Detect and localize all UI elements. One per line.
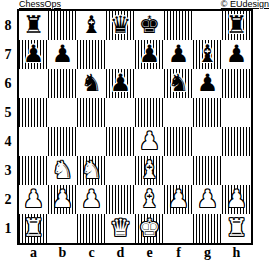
square-g7: ♝ [193,40,222,69]
white-pawn: ♟ [19,185,48,214]
square-b4 [48,127,77,156]
rank-label-7: 7 [0,40,16,69]
square-f8 [164,11,193,40]
square-h2: ♟ [222,185,251,214]
black-queen: ♛ [106,11,135,40]
square-e3: ♝ [135,156,164,185]
white-bishop: ♝ [135,156,164,185]
square-c5 [77,98,106,127]
square-d8: ♛ [106,11,135,40]
square-d5 [106,98,135,127]
black-rook: ♜ [222,11,251,40]
rank-label-8: 8 [0,11,16,40]
black-pawn: ♟ [135,40,164,69]
square-d2 [106,185,135,214]
square-h1: ♜ [222,214,251,243]
square-a6 [19,69,48,98]
white-knight: ♞ [77,156,106,185]
white-rook: ♜ [222,214,251,243]
square-e6 [135,69,164,98]
file-labels: abcdefgh [19,246,251,260]
square-a7: ♟ [19,40,48,69]
black-king: ♚ [135,11,164,40]
square-g8 [193,11,222,40]
square-e8: ♚ [135,11,164,40]
rank-labels: 87654321 [0,11,16,243]
square-c7 [77,40,106,69]
square-h3 [222,156,251,185]
file-label-d: d [106,246,135,260]
square-e4: ♟ [135,127,164,156]
black-knight: ♞ [77,69,106,98]
square-c6: ♞ [77,69,106,98]
white-pawn: ♟ [222,185,251,214]
square-b2: ♟ [48,185,77,214]
file-label-f: f [164,246,193,260]
square-e7: ♟ [135,40,164,69]
white-bishop: ♝ [135,185,164,214]
square-b3: ♞ [48,156,77,185]
chessops-link[interactable]: ChessOps [19,0,61,9]
white-queen: ♛ [106,214,135,243]
square-g1 [193,214,222,243]
black-bishop: ♝ [193,40,222,69]
square-g3 [193,156,222,185]
rank-label-1: 1 [0,214,16,243]
square-c2: ♟ [77,185,106,214]
black-rook: ♜ [19,11,48,40]
file-label-c: c [77,246,106,260]
square-f1 [164,214,193,243]
square-g2: ♟ [193,185,222,214]
rank-label-6: 6 [0,69,16,98]
square-c8: ♝ [77,11,106,40]
file-label-e: e [135,246,164,260]
rank-label-3: 3 [0,156,16,185]
rank-label-4: 4 [0,127,16,156]
square-b7: ♟ [48,40,77,69]
black-bishop: ♝ [77,11,106,40]
square-d6: ♟ [106,69,135,98]
square-b5 [48,98,77,127]
black-knight: ♞ [164,69,193,98]
eudesign-copyright-link[interactable]: © EUdesign [221,0,269,9]
square-f4 [164,127,193,156]
file-label-a: a [19,246,48,260]
square-h6 [222,69,251,98]
square-h4 [222,127,251,156]
black-pawn: ♟ [106,69,135,98]
black-pawn: ♟ [222,40,251,69]
square-b8 [48,11,77,40]
square-g4 [193,127,222,156]
square-d4 [106,127,135,156]
square-d7 [106,40,135,69]
square-c4 [77,127,106,156]
chess-board: ♜♝♛♚♜♟♟♟♟♝♟♞♟♞♟♟♞♞♝♟♟♟♝♟♟♟♜♛♚♜ [17,9,253,245]
white-pawn: ♟ [77,185,106,214]
square-g6: ♟ [193,69,222,98]
black-pawn: ♟ [164,40,193,69]
square-a5 [19,98,48,127]
square-h5 [222,98,251,127]
white-pawn: ♟ [135,127,164,156]
white-pawn: ♟ [164,185,193,214]
square-a3 [19,156,48,185]
square-e5 [135,98,164,127]
square-f3 [164,156,193,185]
square-a2: ♟ [19,185,48,214]
square-e1: ♚ [135,214,164,243]
file-label-h: h [222,246,251,260]
square-h8: ♜ [222,11,251,40]
square-c1 [77,214,106,243]
square-g5 [193,98,222,127]
square-c3: ♞ [77,156,106,185]
black-pawn: ♟ [193,69,222,98]
white-rook: ♜ [19,214,48,243]
square-b6 [48,69,77,98]
white-knight: ♞ [48,156,77,185]
square-f7: ♟ [164,40,193,69]
square-a8: ♜ [19,11,48,40]
square-h7: ♟ [222,40,251,69]
square-a4 [19,127,48,156]
file-label-g: g [193,246,222,260]
square-d1: ♛ [106,214,135,243]
black-pawn: ♟ [19,40,48,69]
black-pawn: ♟ [48,40,77,69]
square-f2: ♟ [164,185,193,214]
rank-label-5: 5 [0,98,16,127]
square-e2: ♝ [135,185,164,214]
square-f5 [164,98,193,127]
chess-diagram: ChessOps © EUdesign 87654321 ♜♝♛♚♜♟♟♟♟♝♟… [0,0,270,270]
white-pawn: ♟ [48,185,77,214]
file-label-b: b [48,246,77,260]
rank-label-2: 2 [0,185,16,214]
square-b1 [48,214,77,243]
square-a1: ♜ [19,214,48,243]
square-d3 [106,156,135,185]
square-f6: ♞ [164,69,193,98]
white-pawn: ♟ [193,185,222,214]
white-king: ♚ [135,214,164,243]
